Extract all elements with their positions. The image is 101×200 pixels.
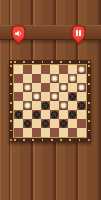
board-cell[interactable]	[32, 83, 41, 92]
frame-nails-left	[10, 65, 12, 137]
board-cell[interactable]	[14, 65, 23, 74]
board-cell[interactable]	[23, 74, 32, 83]
board-cell[interactable]	[32, 74, 41, 83]
frame-corner-nail	[88, 61, 90, 63]
frame-corner-nail	[88, 139, 90, 141]
checker-white[interactable]	[33, 93, 40, 100]
board-cell[interactable]	[32, 92, 41, 101]
board-cell[interactable]	[77, 110, 86, 119]
board-cell[interactable]	[41, 65, 50, 74]
board-cell[interactable]	[41, 110, 50, 119]
board-cell[interactable]	[77, 83, 86, 92]
checker-black[interactable]	[33, 111, 40, 118]
board-cell[interactable]	[41, 128, 50, 137]
board-cell[interactable]	[68, 65, 77, 74]
board-cell[interactable]	[50, 101, 59, 110]
checker-black[interactable]	[24, 120, 31, 127]
checker-white[interactable]	[60, 102, 67, 109]
board-cell[interactable]	[50, 128, 59, 137]
board-cell[interactable]	[59, 119, 68, 128]
app-screen	[0, 0, 101, 200]
board-cell[interactable]	[41, 101, 50, 110]
board-cell[interactable]	[50, 119, 59, 128]
checker-black[interactable]	[78, 102, 85, 109]
board-cell[interactable]	[59, 92, 68, 101]
checker-black[interactable]	[15, 111, 22, 118]
board-cell[interactable]	[68, 119, 77, 128]
board-cell[interactable]	[14, 101, 23, 110]
board-cell[interactable]	[68, 74, 77, 83]
board-cell[interactable]	[32, 128, 41, 137]
board-cell[interactable]	[14, 128, 23, 137]
board-cell[interactable]	[23, 101, 32, 110]
board-cell[interactable]	[77, 101, 86, 110]
checker-white[interactable]	[24, 84, 31, 91]
board-cell[interactable]	[41, 83, 50, 92]
checker-white[interactable]	[78, 66, 85, 73]
board-cell[interactable]	[23, 65, 32, 74]
speaker-icon	[11, 28, 26, 38]
checker-white[interactable]	[24, 102, 31, 109]
frame-corner-nail	[10, 139, 12, 141]
frame-nails-top	[14, 61, 86, 63]
checker-black[interactable]	[60, 120, 67, 127]
board-cell[interactable]	[68, 92, 77, 101]
board-cell[interactable]	[32, 101, 41, 110]
board-cell[interactable]	[14, 83, 23, 92]
frame-corner-nail	[10, 61, 12, 63]
checker-white[interactable]	[69, 75, 76, 82]
board-cell[interactable]	[14, 110, 23, 119]
board-cell[interactable]	[41, 74, 50, 83]
board-cell[interactable]	[59, 101, 68, 110]
board-cell[interactable]	[59, 128, 68, 137]
checker-white[interactable]	[51, 93, 58, 100]
board-cell[interactable]	[77, 119, 86, 128]
board-cell[interactable]	[41, 92, 50, 101]
checker-black[interactable]	[42, 120, 49, 127]
frame-nails-bottom	[14, 139, 86, 141]
board-cell[interactable]	[59, 110, 68, 119]
checkers-board	[9, 60, 91, 142]
board-cell[interactable]	[23, 110, 32, 119]
board-cell[interactable]	[50, 92, 59, 101]
board-cell[interactable]	[77, 128, 86, 137]
board-cell[interactable]	[14, 119, 23, 128]
board-grid	[13, 64, 87, 138]
pause-icon	[71, 28, 86, 38]
board-cell[interactable]	[68, 128, 77, 137]
checker-black[interactable]	[42, 102, 49, 109]
checker-white[interactable]	[51, 75, 58, 82]
board-cell[interactable]	[77, 74, 86, 83]
board-cell[interactable]	[59, 74, 68, 83]
board-cell[interactable]	[68, 83, 77, 92]
board-cell[interactable]	[41, 119, 50, 128]
board-cell[interactable]	[50, 110, 59, 119]
checker-black[interactable]	[69, 93, 76, 100]
frame-nails-right	[88, 65, 90, 137]
board-cell[interactable]	[77, 92, 86, 101]
board-cell[interactable]	[23, 128, 32, 137]
board-cell[interactable]	[68, 110, 77, 119]
board-cell[interactable]	[23, 83, 32, 92]
board-cell[interactable]	[59, 65, 68, 74]
checker-white[interactable]	[60, 84, 67, 91]
board-cell[interactable]	[23, 92, 32, 101]
board-cell[interactable]	[23, 119, 32, 128]
board-cell[interactable]	[32, 119, 41, 128]
board-cell[interactable]	[32, 110, 41, 119]
board-cell[interactable]	[59, 83, 68, 92]
checker-black[interactable]	[69, 111, 76, 118]
board-cell[interactable]	[14, 92, 23, 101]
board-cell[interactable]	[50, 83, 59, 92]
board-cell[interactable]	[50, 65, 59, 74]
board-cell[interactable]	[50, 74, 59, 83]
board-cell[interactable]	[32, 65, 41, 74]
checker-black[interactable]	[51, 111, 58, 118]
board-cell[interactable]	[77, 65, 86, 74]
board-cell[interactable]	[14, 74, 23, 83]
checker-white[interactable]	[78, 84, 85, 91]
board-cell[interactable]	[68, 101, 77, 110]
